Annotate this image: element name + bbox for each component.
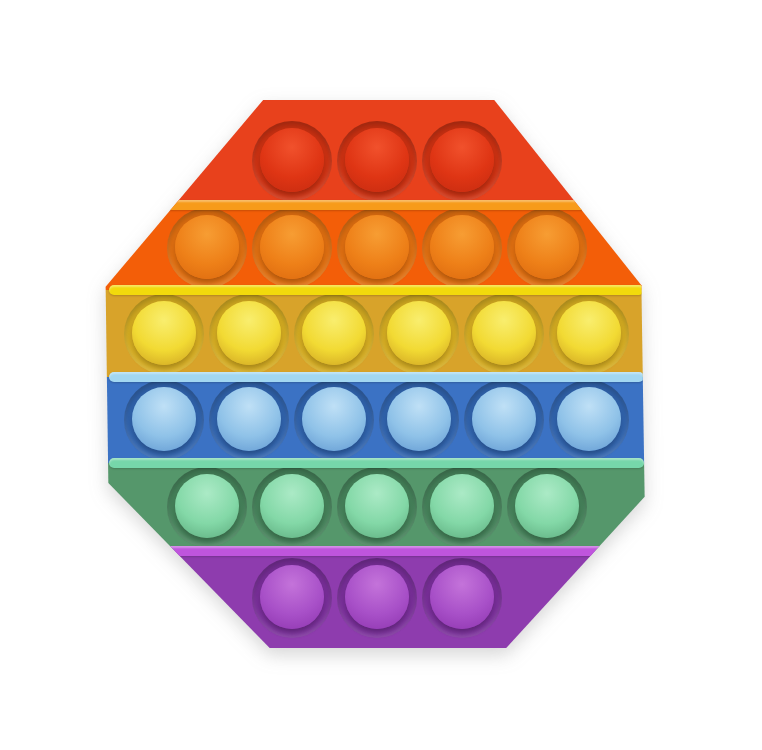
bubble-dome-green-4-up [430,474,494,538]
bubble-dome-green-2-up [260,474,324,538]
bubble-purple-1[interactable] [252,558,332,638]
bubble-dome-green-1-up [175,474,239,538]
bubble-red-2[interactable] [337,121,417,201]
bubble-dome-red-1-up [260,128,324,192]
bubble-green-1[interactable] [167,467,247,547]
bubble-dome-blue-2-up [217,387,281,451]
bubble-yellow-4[interactable] [379,294,459,374]
bubble-purple-2[interactable] [337,558,417,638]
bubble-dome-yellow-6-up [557,301,621,365]
bubble-yellow-1[interactable] [124,294,204,374]
bubble-green-2[interactable] [252,467,332,547]
bubble-red-1[interactable] [252,121,332,201]
photo-canvas [0,0,762,750]
bubble-dome-orange-2-up [260,215,324,279]
bubble-yellow-2[interactable] [209,294,289,374]
bubble-green-3[interactable] [337,467,417,547]
ridge-above-blue [109,372,643,382]
bubble-orange-4[interactable] [422,208,502,288]
bubble-dome-purple-1-up [260,565,324,629]
row-yellow [124,294,629,374]
bubble-green-5[interactable] [507,467,587,547]
band-blue [104,377,649,463]
bubble-dome-orange-5-up [515,215,579,279]
band-purple [104,551,649,648]
bubble-dome-yellow-5-up [472,301,536,365]
bubble-dome-red-2-up [345,128,409,192]
bubble-dome-yellow-1-up [132,301,196,365]
bubble-green-4[interactable] [422,467,502,547]
bubble-blue-2[interactable] [209,380,289,460]
band-yellow [104,290,649,377]
bubble-dome-green-3-up [345,474,409,538]
pop-it-toy [104,100,649,648]
row-blue [124,380,629,460]
bubble-blue-5[interactable] [464,380,544,460]
bubble-dome-orange-1-up [175,215,239,279]
row-purple [252,558,502,638]
band-green [104,463,649,551]
bubble-blue-1[interactable] [124,380,204,460]
bubble-orange-5[interactable] [507,208,587,288]
bubble-orange-2[interactable] [252,208,332,288]
row-green [167,467,587,547]
row-orange [167,208,587,288]
bubble-dome-blue-6-up [557,387,621,451]
bubble-dome-blue-3-up [302,387,366,451]
bubble-dome-green-5-up [515,474,579,538]
bubble-dome-yellow-3-up [302,301,366,365]
pop-it-toy-wrap [104,100,649,648]
row-red [252,121,502,201]
band-red [104,100,649,205]
bubble-red-3[interactable] [422,121,502,201]
bubble-blue-6[interactable] [549,380,629,460]
ridge-above-yellow [109,285,643,295]
bubble-dome-red-3-up [430,128,494,192]
ridge-above-green [109,458,643,468]
bubble-dome-blue-1-up [132,387,196,451]
bubble-dome-blue-4-up [387,387,451,451]
bubble-dome-orange-3-up [345,215,409,279]
bubble-purple-3[interactable] [422,558,502,638]
ridge-above-purple [109,546,643,556]
bubble-dome-orange-4-up [430,215,494,279]
bubble-dome-yellow-2-up [217,301,281,365]
bubble-dome-purple-2-up [345,565,409,629]
bubble-orange-1[interactable] [167,208,247,288]
bubble-blue-3[interactable] [294,380,374,460]
bubble-yellow-5[interactable] [464,294,544,374]
bubble-dome-yellow-4-up [387,301,451,365]
bubble-yellow-6[interactable] [549,294,629,374]
bubble-yellow-3[interactable] [294,294,374,374]
bubble-blue-4[interactable] [379,380,459,460]
bubble-orange-3[interactable] [337,208,417,288]
bubble-dome-purple-3-up [430,565,494,629]
bubble-dome-blue-5-up [472,387,536,451]
ridge-above-orange [109,200,643,210]
band-orange [104,205,649,290]
